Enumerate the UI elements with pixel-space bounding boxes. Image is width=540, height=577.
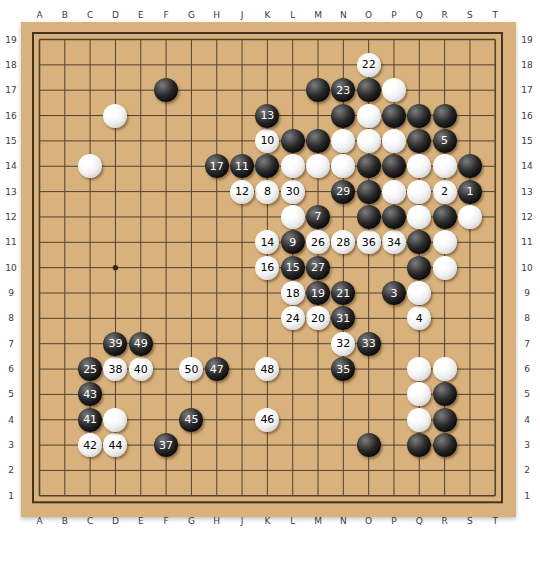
stone-white[interactable]: 24 (281, 306, 305, 330)
coord-label-top: T (493, 10, 499, 20)
stone-number: 1 (466, 186, 473, 197)
stone-number: 49 (134, 338, 148, 349)
stone-white[interactable] (433, 256, 457, 280)
stone-white[interactable] (433, 154, 457, 178)
board-grid (0, 0, 540, 577)
stone-white[interactable] (433, 230, 457, 254)
coord-label-right: 5 (524, 389, 530, 399)
coord-label-left: 6 (8, 364, 14, 374)
coord-label-bottom: S (467, 516, 473, 526)
stone-number: 27 (311, 262, 325, 273)
stone-number: 32 (336, 338, 350, 349)
coord-label-left: 13 (5, 187, 16, 197)
stone-black[interactable]: 19 (306, 281, 330, 305)
coord-label-bottom: P (391, 516, 396, 526)
stone-white[interactable]: 46 (255, 408, 279, 432)
stone-black[interactable]: 3 (382, 281, 406, 305)
stone-white[interactable]: 22 (357, 53, 381, 77)
stone-number: 23 (336, 85, 350, 96)
coord-label-right: 12 (521, 212, 532, 222)
stone-number: 14 (260, 237, 274, 248)
stone-number: 45 (184, 414, 198, 425)
stone-number: 16 (260, 262, 274, 273)
coord-label-left: 3 (8, 440, 14, 450)
stone-white[interactable]: 18 (281, 281, 305, 305)
stone-number: 36 (362, 237, 376, 248)
stone-black[interactable] (433, 382, 457, 406)
stone-number: 50 (184, 364, 198, 375)
coord-label-bottom: B (62, 516, 68, 526)
coord-label-right: 4 (524, 415, 530, 425)
stone-number: 47 (210, 364, 224, 375)
stone-number: 8 (264, 186, 271, 197)
stone-black[interactable] (357, 205, 381, 229)
stone-white[interactable]: 40 (129, 357, 153, 381)
stone-black[interactable] (433, 433, 457, 457)
coord-label-left: 16 (5, 111, 16, 121)
stone-black[interactable]: 29 (331, 180, 355, 204)
stone-number: 41 (83, 414, 97, 425)
stone-black[interactable]: 5 (433, 129, 457, 153)
stone-black[interactable]: 45 (179, 408, 203, 432)
coord-label-right: 13 (521, 187, 532, 197)
coord-label-top: M (314, 10, 322, 20)
stone-number: 13 (260, 110, 274, 121)
coord-label-top: P (391, 10, 396, 20)
stone-number: 29 (336, 186, 350, 197)
coord-label-left: 12 (5, 212, 16, 222)
stone-white[interactable] (433, 357, 457, 381)
stone-black[interactable] (331, 104, 355, 128)
stone-number: 43 (83, 389, 97, 400)
stone-number: 19 (311, 288, 325, 299)
coord-label-bottom: R (441, 516, 447, 526)
coord-label-bottom: G (188, 516, 195, 526)
coord-label-left: 11 (5, 237, 16, 247)
stone-black[interactable]: 41 (78, 408, 102, 432)
stone-white[interactable] (382, 78, 406, 102)
coord-label-left: 4 (8, 415, 14, 425)
stone-black[interactable] (306, 129, 330, 153)
coord-label-right: 19 (521, 35, 532, 45)
coord-label-top: B (62, 10, 68, 20)
coord-label-top: S (467, 10, 473, 20)
coord-label-bottom: N (340, 516, 347, 526)
stone-number: 48 (260, 364, 274, 375)
stone-black[interactable]: 17 (205, 154, 229, 178)
stone-white[interactable] (382, 129, 406, 153)
stone-number: 33 (362, 338, 376, 349)
stone-number: 26 (311, 237, 325, 248)
coord-label-right: 17 (521, 85, 532, 95)
stone-number: 4 (416, 313, 423, 324)
coord-label-top: K (264, 10, 270, 20)
stone-black[interactable]: 9 (281, 230, 305, 254)
coord-label-top: E (138, 10, 144, 20)
stone-white[interactable] (357, 129, 381, 153)
coord-label-top: L (290, 10, 295, 20)
coord-label-right: 1 (524, 491, 530, 501)
coord-label-right: 16 (521, 111, 532, 121)
caption-bar: 6 R12 (0, 527, 540, 577)
stone-black[interactable]: 25 (78, 357, 102, 381)
stone-black[interactable] (357, 78, 381, 102)
stone-number: 34 (387, 237, 401, 248)
coord-label-right: 8 (524, 313, 530, 323)
stone-black[interactable]: 49 (129, 332, 153, 356)
coord-label-bottom: A (36, 516, 42, 526)
coord-label-left: 17 (5, 85, 16, 95)
stone-number: 21 (336, 288, 350, 299)
coord-label-bottom: T (493, 516, 499, 526)
stone-black[interactable]: 7 (306, 205, 330, 229)
coord-label-top: Q (416, 10, 423, 20)
stone-number: 24 (286, 313, 300, 324)
coord-label-bottom: D (112, 516, 119, 526)
stone-white[interactable] (382, 180, 406, 204)
stone-white[interactable]: 12 (230, 180, 254, 204)
stone-number: 28 (336, 237, 350, 248)
stone-number: 11 (235, 161, 249, 172)
coord-label-bottom: O (365, 516, 372, 526)
coord-label-bottom: C (87, 516, 93, 526)
stone-black[interactable]: 1 (458, 180, 482, 204)
coord-label-left: 15 (5, 136, 16, 146)
stone-black[interactable]: 39 (103, 332, 127, 356)
stone-white[interactable] (458, 205, 482, 229)
stone-number: 15 (286, 262, 300, 273)
coord-label-left: 8 (8, 313, 14, 323)
coord-label-top: N (340, 10, 347, 20)
coord-label-left: 18 (5, 60, 16, 70)
coord-label-top: C (87, 10, 93, 20)
coord-label-top: A (36, 10, 42, 20)
coord-label-top: J (241, 10, 244, 20)
go-diagram-screen: AABBCCDDEEFFGGHHJJKKLLMMNNOOPPQQRRSSTT19… (0, 0, 540, 577)
stone-number: 42 (83, 440, 97, 451)
stone-white[interactable]: 16 (255, 256, 279, 280)
stone-number: 46 (260, 414, 274, 425)
stone-black[interactable] (433, 104, 457, 128)
stone-black[interactable]: 15 (281, 256, 305, 280)
stone-black[interactable] (357, 433, 381, 457)
coord-label-bottom: K (264, 516, 270, 526)
stone-white[interactable] (407, 180, 431, 204)
coord-label-right: 11 (521, 237, 532, 247)
coord-label-top: G (188, 10, 195, 20)
stone-black[interactable] (433, 205, 457, 229)
stone-white[interactable]: 8 (255, 180, 279, 204)
coord-label-left: 7 (8, 339, 14, 349)
stone-white[interactable] (357, 104, 381, 128)
stone-black[interactable]: 33 (357, 332, 381, 356)
stone-white[interactable] (281, 154, 305, 178)
stone-black[interactable]: 47 (205, 357, 229, 381)
coord-label-right: 14 (521, 161, 532, 171)
coord-label-top: D (112, 10, 119, 20)
star-point (113, 265, 118, 270)
stone-black[interactable] (357, 154, 381, 178)
stone-black[interactable] (382, 104, 406, 128)
stone-number: 40 (134, 364, 148, 375)
stone-black[interactable] (433, 408, 457, 432)
stone-number: 25 (83, 364, 97, 375)
coord-label-left: 19 (5, 35, 16, 45)
stone-white[interactable] (281, 205, 305, 229)
coord-label-right: 9 (524, 288, 530, 298)
coord-label-top: F (164, 10, 169, 20)
stone-black[interactable]: 13 (255, 104, 279, 128)
stone-number: 9 (289, 237, 296, 248)
stone-number: 5 (441, 135, 448, 146)
stone-black[interactable] (382, 205, 406, 229)
stone-black[interactable]: 27 (306, 256, 330, 280)
coord-label-top: O (365, 10, 372, 20)
coord-label-bottom: Q (416, 516, 423, 526)
stone-number: 22 (362, 59, 376, 70)
stone-number: 37 (159, 440, 173, 451)
stone-black[interactable] (357, 180, 381, 204)
stone-number: 17 (210, 161, 224, 172)
stone-number: 30 (286, 186, 300, 197)
stone-number: 18 (286, 288, 300, 299)
stone-number: 20 (311, 313, 325, 324)
coord-label-top: H (213, 10, 220, 20)
coord-label-left: 10 (5, 263, 16, 273)
coord-label-right: 7 (524, 339, 530, 349)
stone-white[interactable]: 32 (331, 332, 355, 356)
stone-number: 10 (260, 135, 274, 146)
coord-label-left: 2 (8, 465, 14, 475)
coord-label-right: 15 (521, 136, 532, 146)
stone-number: 31 (336, 313, 350, 324)
coord-label-left: 1 (8, 491, 14, 501)
stone-black[interactable] (281, 129, 305, 153)
stone-number: 3 (390, 288, 397, 299)
stone-number: 39 (108, 338, 122, 349)
stone-white[interactable]: 30 (281, 180, 305, 204)
coord-label-bottom: L (290, 516, 295, 526)
stone-white[interactable]: 36 (357, 230, 381, 254)
coord-label-right: 3 (524, 440, 530, 450)
coord-label-left: 9 (8, 288, 14, 298)
coord-label-bottom: J (241, 516, 244, 526)
stone-number: 2 (441, 186, 448, 197)
coord-label-right: 18 (521, 60, 532, 70)
coord-label-right: 6 (524, 364, 530, 374)
coord-label-bottom: H (213, 516, 220, 526)
stone-white[interactable] (103, 104, 127, 128)
stone-number: 38 (108, 364, 122, 375)
stone-white[interactable] (407, 408, 431, 432)
stone-number: 44 (108, 440, 122, 451)
coord-label-right: 2 (524, 465, 530, 475)
coord-label-right: 10 (521, 263, 532, 273)
coord-label-left: 5 (8, 389, 14, 399)
coord-label-left: 14 (5, 161, 16, 171)
coord-label-top: R (441, 10, 447, 20)
stone-number: 12 (235, 186, 249, 197)
stone-number: 35 (336, 364, 350, 375)
stone-black[interactable] (407, 256, 431, 280)
coord-label-bottom: M (314, 516, 322, 526)
stone-black[interactable] (407, 104, 431, 128)
coord-label-bottom: F (164, 516, 169, 526)
stone-white[interactable]: 2 (433, 180, 457, 204)
stone-black[interactable]: 37 (154, 433, 178, 457)
stone-number: 7 (315, 211, 322, 222)
coord-label-bottom: E (138, 516, 144, 526)
